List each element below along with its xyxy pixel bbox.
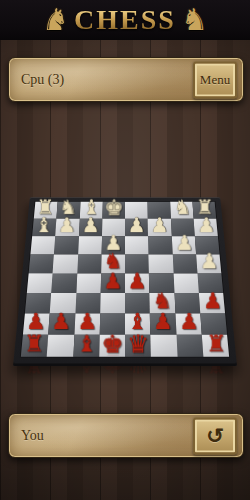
square-c2[interactable]: ♟ — [148, 219, 172, 237]
square-g3[interactable] — [54, 236, 78, 254]
you-banner: You ↺ — [8, 413, 244, 458]
square-c4[interactable] — [149, 255, 174, 274]
undo-button[interactable]: ↺ — [193, 417, 237, 454]
piece-white-pawn-a2[interactable]: ♟ — [194, 214, 217, 236]
square-f2[interactable]: ♟ — [79, 219, 103, 237]
square-e8[interactable]: ♚ — [99, 335, 125, 357]
undo-icon: ↺ — [206, 425, 224, 446]
piece-white-king-e1[interactable]: ♚ — [102, 197, 125, 219]
square-g8[interactable] — [47, 335, 74, 357]
piece-white-pawn-g2[interactable]: ♟ — [56, 214, 79, 236]
piece-red-pawn-e5[interactable]: ♟ — [101, 269, 125, 292]
piece-red-pawn-c7[interactable]: ♟ — [150, 310, 175, 334]
square-g4[interactable] — [53, 255, 78, 274]
piece-white-pawn-d2[interactable]: ♟ — [125, 214, 148, 236]
square-c3[interactable] — [148, 236, 172, 254]
piece-white-pawn-b3[interactable]: ♟ — [172, 232, 196, 254]
chess-board-area: ♜♞♝♚♞♜♝♟♟♟♟♟♟♟♞♟♟♟♞♟♟♟♟♝♟♟♜♝♚♛♜ — [13, 128, 237, 366]
square-e6[interactable] — [100, 293, 125, 313]
square-d3[interactable] — [125, 236, 149, 254]
square-g7[interactable]: ♟ — [48, 313, 75, 334]
cpu-banner: Cpu (3) Menu — [8, 57, 244, 102]
square-a2[interactable]: ♟ — [193, 219, 217, 237]
piece-red-pawn-g7[interactable]: ♟ — [49, 310, 74, 334]
square-g5[interactable] — [51, 273, 76, 293]
square-h2[interactable]: ♝ — [32, 219, 56, 237]
app-screen: ♞ CHESS ♞ Cpu (3) Menu ♜♞♝♚♞♜♝♟♟♟♟♟♟♟♞♟♟… — [0, 0, 250, 500]
square-b3[interactable]: ♟ — [171, 236, 195, 254]
square-h8[interactable]: ♜ — [21, 335, 49, 357]
square-f5[interactable] — [76, 273, 101, 293]
square-b5[interactable] — [173, 273, 198, 293]
square-d5[interactable]: ♟ — [125, 273, 150, 293]
piece-white-pawn-f2[interactable]: ♟ — [79, 214, 102, 236]
piece-red-bishop-f8[interactable]: ♝ — [73, 331, 99, 356]
piece-white-bishop-h2[interactable]: ♝ — [32, 214, 55, 236]
piece-red-queen-d8[interactable]: ♛ — [125, 331, 151, 356]
square-g2[interactable]: ♟ — [55, 219, 79, 237]
cpu-player-label: Cpu (3) — [21, 72, 64, 88]
piece-white-knight-b1[interactable]: ♞ — [171, 197, 194, 219]
piece-red-pawn-a6[interactable]: ♟ — [200, 289, 225, 313]
piece-red-pawn-b7[interactable]: ♟ — [176, 310, 201, 334]
square-b4[interactable] — [172, 255, 197, 274]
square-h3[interactable] — [30, 236, 55, 254]
title-bar: ♞ CHESS ♞ — [0, 0, 250, 40]
square-a6[interactable]: ♟ — [199, 293, 225, 313]
square-e5[interactable]: ♟ — [100, 273, 125, 293]
square-f4[interactable] — [77, 255, 102, 274]
square-e1[interactable]: ♚ — [102, 202, 125, 219]
square-h4[interactable] — [29, 255, 54, 274]
you-player-label: You — [21, 428, 44, 444]
app-title: CHESS — [74, 4, 176, 36]
chess-board-grid[interactable]: ♜♞♝♚♞♜♝♟♟♟♟♟♟♟♞♟♟♟♞♟♟♟♟♝♟♟♜♝♚♛♜ — [21, 202, 229, 357]
square-d8[interactable]: ♛ — [125, 335, 151, 357]
square-f3[interactable] — [78, 236, 102, 254]
square-a8[interactable]: ♜ — [202, 335, 230, 357]
menu-button[interactable]: Menu — [193, 61, 237, 98]
square-b8[interactable] — [176, 335, 203, 357]
chess-board-frame: ♜♞♝♚♞♜♝♟♟♟♟♟♟♟♞♟♟♟♞♟♟♟♟♝♟♟♜♝♚♛♜ — [13, 197, 237, 366]
piece-white-pawn-a4[interactable]: ♟ — [197, 250, 221, 273]
square-b1[interactable]: ♞ — [170, 202, 194, 219]
square-c8[interactable] — [151, 335, 178, 357]
square-h5[interactable] — [27, 273, 53, 293]
square-f8[interactable]: ♝ — [73, 335, 100, 357]
piece-red-rook-a8[interactable]: ♜ — [203, 331, 229, 356]
square-d2[interactable]: ♟ — [125, 219, 148, 237]
title-left-knight-icon: ♞ — [42, 5, 69, 35]
piece-red-pawn-d5[interactable]: ♟ — [125, 269, 149, 292]
piece-white-pawn-c2[interactable]: ♟ — [148, 214, 171, 236]
title-right-knight-icon: ♞ — [181, 5, 208, 35]
square-c7[interactable]: ♟ — [150, 313, 176, 334]
piece-red-rook-h8[interactable]: ♜ — [21, 331, 47, 356]
piece-red-king-e8[interactable]: ♚ — [99, 331, 125, 356]
square-b7[interactable]: ♟ — [175, 313, 202, 334]
square-a4[interactable]: ♟ — [196, 255, 221, 274]
